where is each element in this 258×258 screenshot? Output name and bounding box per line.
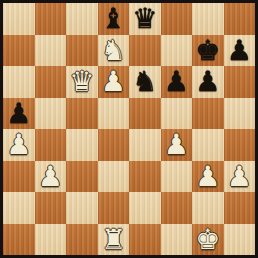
square-g8[interactable] [192,3,224,35]
square-e5[interactable] [129,98,161,130]
square-c7[interactable] [66,35,98,67]
square-a4[interactable]: ♟ [3,129,35,161]
piece-black-king-g7[interactable]: ♚ [192,35,224,67]
piece-black-pawn-a5[interactable]: ♟ [3,98,35,130]
square-g7[interactable]: ♚ [192,35,224,67]
square-h4[interactable] [224,129,256,161]
square-h3[interactable]: ♟ [224,161,256,193]
square-d8[interactable]: ♝ [98,3,130,35]
square-f4[interactable]: ♟ [161,129,193,161]
piece-white-pawn-b3[interactable]: ♟ [35,161,67,193]
square-b1[interactable] [35,224,67,256]
piece-white-queen-c6[interactable]: ♛ [66,66,98,98]
piece-white-pawn-d6[interactable]: ♟ [98,66,130,98]
square-h1[interactable] [224,224,256,256]
chess-board: ♝♛♞♚♟♛♟♞♟♟♟♟♟♟♟♟♜♚ [3,3,255,255]
square-b8[interactable] [35,3,67,35]
square-e4[interactable] [129,129,161,161]
square-h6[interactable] [224,66,256,98]
piece-white-pawn-g3[interactable]: ♟ [192,161,224,193]
square-b5[interactable] [35,98,67,130]
square-h5[interactable] [224,98,256,130]
square-c8[interactable] [66,3,98,35]
square-a6[interactable] [3,66,35,98]
square-c5[interactable] [66,98,98,130]
square-d3[interactable] [98,161,130,193]
square-c2[interactable] [66,192,98,224]
square-b7[interactable] [35,35,67,67]
square-f3[interactable] [161,161,193,193]
piece-black-bishop-d8[interactable]: ♝ [98,3,130,35]
square-c1[interactable] [66,224,98,256]
square-g5[interactable] [192,98,224,130]
square-e2[interactable] [129,192,161,224]
square-e6[interactable]: ♞ [129,66,161,98]
square-g2[interactable] [192,192,224,224]
square-d7[interactable]: ♞ [98,35,130,67]
square-f5[interactable] [161,98,193,130]
square-d4[interactable] [98,129,130,161]
square-f1[interactable] [161,224,193,256]
chess-board-frame: ♝♛♞♚♟♛♟♞♟♟♟♟♟♟♟♟♜♚ [0,0,258,258]
square-f8[interactable] [161,3,193,35]
piece-white-pawn-a4[interactable]: ♟ [3,129,35,161]
square-c3[interactable] [66,161,98,193]
square-g6[interactable]: ♟ [192,66,224,98]
square-f6[interactable]: ♟ [161,66,193,98]
square-g1[interactable]: ♚ [192,224,224,256]
square-h2[interactable] [224,192,256,224]
piece-white-knight-d7[interactable]: ♞ [98,35,130,67]
square-f2[interactable] [161,192,193,224]
square-c4[interactable] [66,129,98,161]
square-e1[interactable] [129,224,161,256]
square-b2[interactable] [35,192,67,224]
square-e8[interactable]: ♛ [129,3,161,35]
piece-white-pawn-f4[interactable]: ♟ [161,129,193,161]
square-b6[interactable] [35,66,67,98]
square-a3[interactable] [3,161,35,193]
piece-black-knight-e6[interactable]: ♞ [129,66,161,98]
piece-black-pawn-f6[interactable]: ♟ [161,66,193,98]
square-d5[interactable] [98,98,130,130]
square-h7[interactable]: ♟ [224,35,256,67]
piece-white-rook-d1[interactable]: ♜ [98,224,130,256]
square-d1[interactable]: ♜ [98,224,130,256]
square-d2[interactable] [98,192,130,224]
piece-black-pawn-g6[interactable]: ♟ [192,66,224,98]
square-c6[interactable]: ♛ [66,66,98,98]
square-b3[interactable]: ♟ [35,161,67,193]
square-b4[interactable] [35,129,67,161]
piece-white-king-g1[interactable]: ♚ [192,224,224,256]
square-a2[interactable] [3,192,35,224]
piece-black-queen-e8[interactable]: ♛ [129,3,161,35]
square-a1[interactable] [3,224,35,256]
square-e7[interactable] [129,35,161,67]
square-e3[interactable] [129,161,161,193]
square-a5[interactable]: ♟ [3,98,35,130]
square-g4[interactable] [192,129,224,161]
piece-white-pawn-h3[interactable]: ♟ [224,161,256,193]
square-d6[interactable]: ♟ [98,66,130,98]
square-f7[interactable] [161,35,193,67]
square-a7[interactable] [3,35,35,67]
piece-black-pawn-h7[interactable]: ♟ [224,35,256,67]
square-a8[interactable] [3,3,35,35]
square-h8[interactable] [224,3,256,35]
square-g3[interactable]: ♟ [192,161,224,193]
